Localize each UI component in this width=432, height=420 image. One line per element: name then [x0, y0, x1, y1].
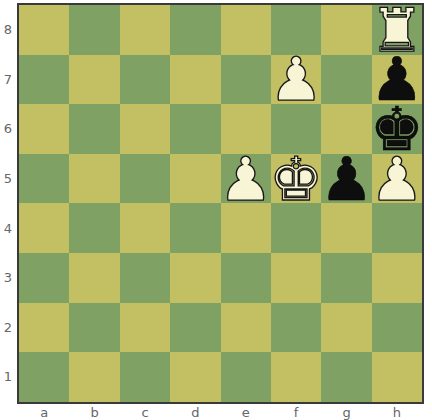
file-label-g: g [321, 404, 371, 420]
square-h1[interactable] [372, 352, 422, 402]
square-b2[interactable] [69, 303, 119, 353]
chess-board-page: 87654321 ♜♟♟♚♟♚♟♟ abcdefgh [0, 0, 432, 420]
square-a7[interactable] [19, 55, 69, 105]
square-e2[interactable] [221, 303, 271, 353]
square-f2[interactable] [271, 303, 321, 353]
square-c6[interactable] [120, 104, 170, 154]
square-b6[interactable] [69, 104, 119, 154]
square-h5[interactable]: ♟ [372, 154, 422, 204]
square-f4[interactable] [271, 203, 321, 253]
square-c2[interactable] [120, 303, 170, 353]
rank-label-7: 7 [0, 55, 16, 105]
file-label-a: a [19, 404, 69, 420]
rank-label-3: 3 [0, 253, 16, 303]
square-a6[interactable] [19, 104, 69, 154]
square-e7[interactable] [221, 55, 271, 105]
piece-white-rook-h8: ♜ [372, 5, 422, 55]
square-f6[interactable] [271, 104, 321, 154]
square-a1[interactable] [19, 352, 69, 402]
piece-white-pawn-h5: ♟ [372, 154, 422, 204]
square-h2[interactable] [372, 303, 422, 353]
square-g8[interactable] [321, 5, 371, 55]
square-g2[interactable] [321, 303, 371, 353]
square-e6[interactable] [221, 104, 271, 154]
square-f3[interactable] [271, 253, 321, 303]
square-h4[interactable] [372, 203, 422, 253]
square-f5[interactable]: ♚ [271, 154, 321, 204]
rank-label-1: 1 [0, 352, 16, 402]
file-label-c: c [120, 404, 170, 420]
piece-black-king-h6: ♚ [372, 104, 422, 154]
square-g1[interactable] [321, 352, 371, 402]
square-d8[interactable] [170, 5, 220, 55]
rank-label-6: 6 [0, 104, 16, 154]
square-h8[interactable]: ♜ [372, 5, 422, 55]
square-h3[interactable] [372, 253, 422, 303]
square-f1[interactable] [271, 352, 321, 402]
square-c4[interactable] [120, 203, 170, 253]
square-a8[interactable] [19, 5, 69, 55]
square-d2[interactable] [170, 303, 220, 353]
square-d7[interactable] [170, 55, 220, 105]
square-g7[interactable] [321, 55, 371, 105]
square-g4[interactable] [321, 203, 371, 253]
piece-white-pawn-e5: ♟ [221, 154, 271, 204]
square-b4[interactable] [69, 203, 119, 253]
file-label-d: d [170, 404, 220, 420]
rank-label-2: 2 [0, 303, 16, 353]
file-label-b: b [69, 404, 119, 420]
square-c5[interactable] [120, 154, 170, 204]
square-c3[interactable] [120, 253, 170, 303]
square-d4[interactable] [170, 203, 220, 253]
piece-white-pawn-f7: ♟ [271, 55, 321, 105]
square-f7[interactable]: ♟ [271, 55, 321, 105]
rank-label-4: 4 [0, 203, 16, 253]
square-a4[interactable] [19, 203, 69, 253]
square-h7[interactable]: ♟ [372, 55, 422, 105]
square-e1[interactable] [221, 352, 271, 402]
square-d3[interactable] [170, 253, 220, 303]
square-b7[interactable] [69, 55, 119, 105]
square-g5[interactable]: ♟ [321, 154, 371, 204]
square-f8[interactable] [271, 5, 321, 55]
square-a2[interactable] [19, 303, 69, 353]
file-labels: abcdefgh [19, 404, 422, 420]
piece-white-king-f5: ♚ [271, 154, 321, 204]
file-label-h: h [372, 404, 422, 420]
square-e5[interactable]: ♟ [221, 154, 271, 204]
square-c7[interactable] [120, 55, 170, 105]
square-e4[interactable] [221, 203, 271, 253]
piece-black-pawn-h7: ♟ [372, 55, 422, 105]
square-b5[interactable] [69, 154, 119, 204]
square-e3[interactable] [221, 253, 271, 303]
square-b1[interactable] [69, 352, 119, 402]
square-d5[interactable] [170, 154, 220, 204]
square-g3[interactable] [321, 253, 371, 303]
rank-labels: 87654321 [0, 5, 16, 402]
square-c8[interactable] [120, 5, 170, 55]
square-b3[interactable] [69, 253, 119, 303]
piece-black-pawn-g5: ♟ [321, 154, 371, 204]
square-g6[interactable] [321, 104, 371, 154]
square-c1[interactable] [120, 352, 170, 402]
file-label-e: e [221, 404, 271, 420]
rank-label-5: 5 [0, 154, 16, 204]
square-e8[interactable] [221, 5, 271, 55]
square-b8[interactable] [69, 5, 119, 55]
square-d6[interactable] [170, 104, 220, 154]
square-h6[interactable]: ♚ [372, 104, 422, 154]
square-a3[interactable] [19, 253, 69, 303]
file-label-f: f [271, 404, 321, 420]
rank-label-8: 8 [0, 5, 16, 55]
square-d1[interactable] [170, 352, 220, 402]
square-a5[interactable] [19, 154, 69, 204]
chess-board[interactable]: ♜♟♟♚♟♚♟♟ [17, 3, 424, 404]
